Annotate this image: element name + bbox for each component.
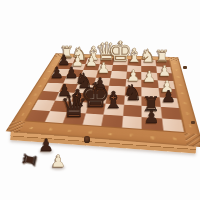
file-label-g: g [142,133,164,143]
piece-black-pawn-h3[interactable]: ♟ [161,88,176,104]
file-label-e: e [99,130,121,139]
piece-white-knight-g8[interactable]: ♞ [140,47,157,65]
piece-white-pawn-c7[interactable]: ♟ [85,55,98,69]
file-label-c: c [59,127,81,136]
file-label-h: h [163,135,187,145]
hinge-icon [191,121,195,124]
piece-black-pawn-g1[interactable]: ♟ [144,108,160,126]
chess-set-photo: abcdefgh 87654321 87654321 ♜♞♝♛♚♝♞♜♟♟♟♟♟… [0,0,200,200]
file-label-f: f [120,131,142,140]
piece-white-pawn-g5[interactable]: ♟ [142,70,156,85]
square-e1[interactable] [101,114,122,127]
square-h1[interactable] [161,118,184,132]
piece-black-bishop-e2[interactable]: ♝ [103,89,124,113]
piece-black-knight-f3[interactable]: ♞ [123,81,143,103]
square-f1[interactable] [121,115,141,129]
piece-black-pawn-a5[interactable]: ♟ [50,66,64,81]
rank-label-2: 2 [180,108,194,120]
piece-black-rook-offboard[interactable]: ♜ [20,151,40,169]
file-label-d: d [79,128,101,137]
hinge-icon [183,66,187,69]
front-latch-knob [84,136,90,143]
piece-black-queen-c1[interactable]: ♛ [60,91,88,122]
corner-decor [184,133,200,147]
piece-white-pawn-offboard[interactable]: ♟ [50,153,65,170]
